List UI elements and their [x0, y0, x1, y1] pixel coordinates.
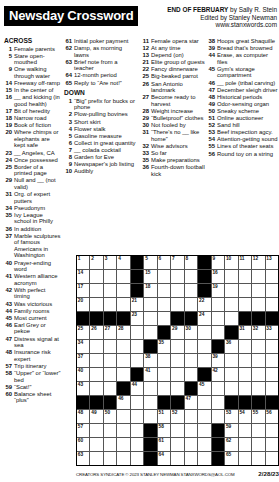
- grid-cell-r15c9[interactable]: [185, 452, 197, 465]
- grid-cell-r14c4[interactable]: [117, 438, 129, 451]
- grid-cell-r9c14[interactable]: [252, 368, 264, 381]
- clue-text: Border of a printed page: [14, 164, 61, 177]
- puzzle-website[interactable]: www.stanxwords.com: [167, 21, 277, 29]
- black-square: [252, 312, 264, 325]
- grid-cell-r5c10[interactable]: 24: [198, 312, 210, 325]
- grid-cell-r4c10[interactable]: 22: [198, 298, 210, 311]
- clue-down-45: 45Gym's storage compartment: [206, 66, 279, 79]
- clue-text: Initial poker payment: [74, 38, 137, 45]
- clue-text: Gym's storage compartment: [217, 66, 279, 79]
- grid-cell-r2c8[interactable]: [171, 270, 183, 283]
- grid-cell-r10c2[interactable]: [90, 382, 102, 395]
- grid-cell-r2c3[interactable]: [104, 270, 116, 283]
- grid-cell-r13c10[interactable]: [198, 424, 210, 437]
- black-square: [131, 284, 143, 297]
- grid-cell-r10c13[interactable]: [239, 382, 251, 395]
- grid-cell-r3c14[interactable]: [252, 284, 264, 297]
- grid-cell-r6c5[interactable]: [131, 326, 143, 339]
- grid-cell-r8c3[interactable]: [104, 354, 116, 367]
- clue-text: “Bulletproof” clothes: [151, 115, 205, 122]
- grid-cell-r4c2[interactable]: [90, 298, 102, 311]
- clue-down-51: 51Online auctioneer: [206, 115, 279, 122]
- grid-cell-r2c9[interactable]: [185, 270, 197, 283]
- clue-text: Balance sheet “plus”: [14, 391, 61, 404]
- grid-cell-r8c1[interactable]: 37: [77, 354, 89, 367]
- grid-cell-r13c13[interactable]: [239, 424, 251, 437]
- clue-text: “Scat!”: [14, 384, 61, 391]
- grid-cell-r7c7[interactable]: 35: [158, 340, 170, 353]
- clue-number: 52: [206, 122, 215, 129]
- clue-number: 59: [3, 384, 12, 391]
- footer: CREATORS SYNDICATE © 2023 STANLEY NEWMAN…: [76, 470, 279, 477]
- cell-number: 47: [186, 396, 191, 402]
- grid-cell-r15c12[interactable]: 65: [225, 452, 237, 465]
- clue-across-59: 59“Scat!”: [3, 384, 61, 391]
- clue-across-37: 37Marble sculptures of famous Americans …: [3, 233, 61, 259]
- grid-cell-r7c13[interactable]: [239, 340, 251, 353]
- grid-cell-r10c6[interactable]: [144, 382, 156, 395]
- grid-cell-r10c15[interactable]: [266, 382, 278, 395]
- grid-cell-r12c14[interactable]: 55: [252, 410, 264, 423]
- clue-text: Audibly: [74, 168, 137, 175]
- grid-cell-r1c11[interactable]: 9: [212, 256, 224, 269]
- grid-cell-r8c5[interactable]: [131, 354, 143, 367]
- grid-cell-r4c11[interactable]: [212, 298, 224, 311]
- grid-cell-r8c4[interactable]: [117, 354, 129, 367]
- clue-across-15: 15In the center of: [3, 87, 61, 94]
- grid-cell-r15c10[interactable]: [198, 452, 210, 465]
- grid-cell-r12c10[interactable]: [198, 410, 210, 423]
- clue-text: Historical periods: [217, 94, 279, 101]
- grid-cell-r14c8[interactable]: [171, 438, 183, 451]
- cell-number: 64: [159, 452, 164, 458]
- grid-cell-r9c3[interactable]: [104, 368, 116, 381]
- black-square: [212, 438, 224, 451]
- black-square: [104, 396, 116, 409]
- grid-cell-r3c3[interactable]: [104, 284, 116, 297]
- clue-across-45: 45Most current: [3, 315, 61, 322]
- grid-cell-r4c5[interactable]: 21: [131, 298, 143, 311]
- clue-text: Collect in great quantity: [74, 140, 137, 147]
- grid-cell-r14c1[interactable]: 60: [77, 438, 89, 451]
- grid-cell-r7c10[interactable]: [198, 340, 210, 353]
- grid-cell-r12c6[interactable]: [144, 410, 156, 423]
- grid-cell-r13c5[interactable]: [131, 424, 143, 437]
- clue-number: 2: [63, 111, 72, 118]
- clue-across-1: 1Female parents: [3, 46, 61, 53]
- clue-down-48: 48Historical periods: [206, 94, 279, 101]
- grid-cell-r6c11[interactable]: [212, 326, 224, 339]
- grid-cell-r1c15[interactable]: 13: [266, 256, 278, 269]
- grid-cell-r3c11[interactable]: 19: [212, 284, 224, 297]
- grid-cell-r3c4[interactable]: [117, 284, 129, 297]
- grid-cell-r1c12[interactable]: 10: [225, 256, 237, 269]
- black-square: [131, 368, 143, 381]
- clue-number: 19: [3, 122, 12, 129]
- grid-cell-r4c9[interactable]: [185, 298, 197, 311]
- clue-number: 15: [3, 87, 12, 94]
- cell-number: 54: [239, 410, 244, 416]
- grid-cell-r3c2[interactable]: [90, 284, 102, 297]
- grid-cell-r15c4[interactable]: [117, 452, 129, 465]
- grid-cell-r12c7[interactable]: 51: [158, 410, 170, 423]
- grid-cell-r12c11[interactable]: [212, 410, 224, 423]
- clue-text: Bread that's browned: [217, 45, 279, 52]
- grid-cell-r4c14[interactable]: [252, 298, 264, 311]
- grid-cell-r6c15[interactable]: 33: [266, 326, 278, 339]
- clue-down-31: 31“There's no __ like home”: [140, 129, 205, 142]
- grid-cell-r11c6[interactable]: [144, 396, 156, 409]
- grid-cell-r11c5[interactable]: [131, 396, 143, 409]
- grid-cell-r13c1[interactable]: 57: [77, 424, 89, 437]
- clue-text: Hoops great Shaquille: [217, 38, 279, 45]
- clue-number: 43: [3, 301, 12, 308]
- clue-down-13: 13Depend (on): [140, 52, 205, 59]
- grid-cell-r9c12[interactable]: [225, 368, 237, 381]
- grid-cell-r1c13[interactable]: 11: [239, 256, 251, 269]
- clue-text: Freeway off-ramp: [14, 80, 61, 87]
- grid-cell-r4c4[interactable]: [117, 298, 129, 311]
- clue-text: In the center of: [14, 87, 61, 94]
- clue-down-50: 50Sneaky scheme: [206, 108, 279, 115]
- grid-cell-r6c9[interactable]: 30: [185, 326, 197, 339]
- grid-cell-r4c12[interactable]: [225, 298, 237, 311]
- grid-cell-r6c6[interactable]: [144, 326, 156, 339]
- grid-cell-r14c10[interactable]: [198, 438, 210, 451]
- clue-text: __ pole (tribal carving): [217, 80, 279, 87]
- grid-cell-r7c14[interactable]: [252, 340, 264, 353]
- clue-text: Earl Grey or pekoe: [14, 322, 61, 335]
- black-square: [185, 312, 197, 325]
- grid-cell-r10c3[interactable]: [104, 382, 116, 395]
- grid-cell-r6c8[interactable]: 29: [171, 326, 183, 339]
- cell-number: 53: [226, 410, 231, 416]
- grid-cell-r9c7[interactable]: [158, 368, 170, 381]
- crossword-grid: 1234567891011121314151617181920212223242…: [76, 255, 279, 466]
- clue-across-29: 29Null and __ (not valid): [3, 177, 61, 190]
- grid-cell-r7c12[interactable]: 36: [225, 340, 237, 353]
- black-square: [198, 284, 210, 297]
- grid-cell-r7c3[interactable]: [104, 340, 116, 353]
- grid-cell-r12c4[interactable]: [117, 410, 129, 423]
- clue-down-54: 54Attention-getting sound: [206, 136, 279, 143]
- grid-cell-r8c11[interactable]: 39: [212, 354, 224, 367]
- grid-cell-r12c8[interactable]: 52: [171, 410, 183, 423]
- grid-cell-r7c9[interactable]: [185, 340, 197, 353]
- grid-cell-r3c6[interactable]: 18: [144, 284, 156, 297]
- clue-across-20: 20Where chimps or elephants are kept saf…: [3, 129, 61, 149]
- grid-cell-r12c1[interactable]: 48: [77, 410, 89, 423]
- grid-cell-r8c9[interactable]: [185, 354, 197, 367]
- clue-across-5: 5Stare open-mouthed: [3, 53, 61, 66]
- grid-cell-r8c6[interactable]: 38: [144, 354, 156, 367]
- grid-cell-r15c13[interactable]: [239, 452, 251, 465]
- grid-cell-r9c15[interactable]: [266, 368, 278, 381]
- clue-number: 49: [206, 101, 215, 108]
- clue-number: 38: [206, 38, 215, 45]
- grid-cell-r6c10[interactable]: [198, 326, 210, 339]
- cell-number: 5: [145, 256, 148, 262]
- clue-down-8: 8Garden for Eve: [63, 154, 137, 161]
- grid-cell-r11c10[interactable]: [198, 396, 210, 409]
- black-square: [158, 396, 170, 409]
- grid-cell-r10c12[interactable]: [225, 382, 237, 395]
- grid-cell-r11c9[interactable]: 47: [185, 396, 197, 409]
- clue-number: 6: [63, 140, 72, 147]
- grid-cell-r13c15[interactable]: [266, 424, 278, 437]
- clue-number: 39: [206, 45, 215, 52]
- grid-cell-r7c4[interactable]: [117, 340, 129, 353]
- clue-text: Not fooled by: [151, 122, 205, 129]
- black-square: [225, 396, 237, 409]
- grid-cell-r2c7[interactable]: [158, 270, 170, 283]
- grid-cell-r10c11[interactable]: [212, 382, 224, 395]
- puzzle-title-line: END OF FEBRUARY by Sally R. Stein: [167, 6, 277, 14]
- clue-down-21: 21Elite group of guests: [140, 59, 205, 66]
- cell-number: 46: [118, 396, 123, 402]
- grid-cell-r1c7[interactable]: 6: [158, 256, 170, 269]
- grid-cell-r6c13[interactable]: 31: [239, 326, 251, 339]
- clue-across-24: 24Once possessed: [3, 157, 61, 164]
- clue-number: 17: [3, 108, 12, 115]
- cell-number: 32: [253, 326, 258, 332]
- clue-down-33: 33So far: [140, 150, 205, 157]
- grid-cell-r8c13[interactable]: [239, 354, 251, 367]
- grid-cell-r4c8[interactable]: [171, 298, 183, 311]
- cell-number: 44: [132, 382, 137, 388]
- grid-cell-r10c10[interactable]: 45: [198, 382, 210, 395]
- clue-number: 37: [3, 233, 12, 259]
- grid-cell-r11c4[interactable]: 46: [117, 396, 129, 409]
- grid-cell-r5c12[interactable]: [225, 312, 237, 325]
- grid-cell-r13c9[interactable]: [185, 424, 197, 437]
- grid-cell-r15c2[interactable]: [90, 452, 102, 465]
- cell-number: 16: [212, 270, 217, 276]
- grid-cell-r10c1[interactable]: 43: [77, 382, 89, 395]
- cell-number: 19: [212, 284, 217, 290]
- clue-down-30: 30Not fooled by: [140, 122, 205, 129]
- grid-cell-r2c15[interactable]: [266, 270, 278, 283]
- grid-cell-r15c5[interactable]: [131, 452, 143, 465]
- grid-cell-r14c5[interactable]: [131, 438, 143, 451]
- grid-cell-r4c6[interactable]: [144, 298, 156, 311]
- grid-cell-r7c8[interactable]: [171, 340, 183, 353]
- grid-cell-r13c12[interactable]: 59: [225, 424, 237, 437]
- grid-cell-r9c1[interactable]: 40: [77, 368, 89, 381]
- grid-cell-r2c11[interactable]: 16: [212, 270, 224, 283]
- grid-cell-r13c14[interactable]: [252, 424, 264, 437]
- grid-cell-r2c4[interactable]: [117, 270, 129, 283]
- grid-cell-r15c8[interactable]: [171, 452, 183, 465]
- cell-number: 57: [78, 424, 83, 430]
- clue-text: Sneaky scheme: [217, 108, 279, 115]
- grid-cell-r13c8[interactable]: [171, 424, 183, 437]
- grid-cell-r6c2[interactable]: 26: [90, 326, 102, 339]
- grid-cell-r8c15[interactable]: [266, 354, 278, 367]
- grid-cell-r7c15[interactable]: [266, 340, 278, 353]
- puzzle-title: END OF FEBRUARY: [167, 6, 228, 13]
- clue-number: 31: [140, 129, 149, 142]
- grid-cell-r3c12[interactable]: [225, 284, 237, 297]
- clue-down-5: 5Gasoline measure: [63, 133, 137, 140]
- clue-number: 16: [3, 94, 12, 107]
- grid-cell-r3c15[interactable]: [266, 284, 278, 297]
- grid-cell-r8c8[interactable]: [171, 354, 183, 367]
- grid-cell-r13c4[interactable]: [117, 424, 129, 437]
- grid-cell-r1c1[interactable]: 1: [77, 256, 89, 269]
- grid-cell-r12c13[interactable]: 54: [239, 410, 251, 423]
- black-square: [131, 270, 143, 283]
- clue-text: Book of fiction: [14, 122, 61, 129]
- grid-cell-r4c1[interactable]: 20: [77, 298, 89, 311]
- grid-cell-r12c9[interactable]: [185, 410, 197, 423]
- grid-cell-r14c14[interactable]: [252, 438, 264, 451]
- grid-cell-r4c3[interactable]: [104, 298, 116, 311]
- grid-cell-r1c4[interactable]: 4: [117, 256, 129, 269]
- grid-cell-r14c15[interactable]: [266, 438, 278, 451]
- grid-cell-r4c7[interactable]: [158, 298, 170, 311]
- grid-cell-r9c9[interactable]: [185, 368, 197, 381]
- cell-number: 17: [78, 284, 83, 290]
- clue-across-23: 23__ Angeles, CA: [3, 150, 61, 157]
- grid-cell-r6c14[interactable]: 32: [252, 326, 264, 339]
- grid-cell-r14c3[interactable]: [104, 438, 116, 451]
- clue-across-58: 58“Upper” or “lower” bed: [3, 370, 61, 383]
- clue-text: Pseudonym: [14, 205, 61, 212]
- clue-across-9: 9One walking through water: [3, 66, 61, 79]
- grid-cell-r3c13[interactable]: [239, 284, 251, 297]
- grid-cell-r9c4[interactable]: [117, 368, 129, 381]
- grid-cell-r12c12[interactable]: 53: [225, 410, 237, 423]
- grid-cell-r7c5[interactable]: [131, 340, 143, 353]
- clue-across-63: 63Brief note from a teacher: [63, 59, 137, 72]
- grid-cell-r10c7[interactable]: [158, 382, 170, 395]
- grid-cell-r3c7[interactable]: [158, 284, 170, 297]
- clue-text: Become ready to harvest: [151, 94, 205, 107]
- cell-number: 1: [78, 256, 81, 262]
- grid-cell-r3c9[interactable]: [185, 284, 197, 297]
- clue-number: 10: [63, 168, 72, 175]
- grid-cell-r2c14[interactable]: [252, 270, 264, 283]
- grid-cell-r14c13[interactable]: [239, 438, 251, 451]
- clue-down-9: 9Newspaper's job listing: [63, 161, 137, 168]
- grid-cell-r13c2[interactable]: [90, 424, 102, 437]
- black-square: [90, 396, 102, 409]
- clue-number: 12: [140, 45, 149, 52]
- grid-cell-r10c5[interactable]: 44: [131, 382, 143, 395]
- grid-cell-r3c1[interactable]: 17: [77, 284, 89, 297]
- grid-cell-r1c3[interactable]: 3: [104, 256, 116, 269]
- grid-cell-r3c8[interactable]: [171, 284, 183, 297]
- cell-number: 37: [78, 354, 83, 360]
- grid-cell-r8c2[interactable]: [90, 354, 102, 367]
- grid-cell-r5c6[interactable]: [144, 312, 156, 325]
- black-square: [198, 256, 210, 269]
- grid-cell-r6c4[interactable]: 28: [117, 326, 129, 339]
- grid-cell-r9c6[interactable]: 41: [144, 368, 156, 381]
- grid-cell-r7c1[interactable]: 34: [77, 340, 89, 353]
- grid-cell-r5c11[interactable]: [212, 312, 224, 325]
- clue-number: 48: [3, 349, 12, 362]
- grid-cell-r2c2[interactable]: [90, 270, 102, 283]
- grid-cell-r12c15[interactable]: 56: [266, 410, 278, 423]
- grid-cell-r15c14[interactable]: [252, 452, 264, 465]
- clue-text: Most current: [14, 315, 61, 322]
- grid-cell-r9c13[interactable]: [239, 368, 251, 381]
- grid-cell-r5c5[interactable]: 23: [131, 312, 143, 325]
- grid-cell-r13c7[interactable]: 58: [158, 424, 170, 437]
- grid-cell-r2c12[interactable]: [225, 270, 237, 283]
- grid-cell-r12c3[interactable]: 50: [104, 410, 116, 423]
- grid-cell-r8c10[interactable]: [198, 354, 210, 367]
- clue-down-36: 36Fourth-down football kick: [140, 164, 205, 177]
- grid-cell-r15c1[interactable]: 63: [77, 452, 89, 465]
- grid-cell-r1c14[interactable]: 12: [252, 256, 264, 269]
- cell-number: 39: [212, 354, 217, 360]
- clue-number: 44: [206, 52, 215, 65]
- grid-cell-r1c2[interactable]: 2: [90, 256, 102, 269]
- clue-number: 30: [140, 122, 149, 129]
- cell-number: 26: [91, 326, 96, 332]
- grid-cell-r6c3[interactable]: 27: [104, 326, 116, 339]
- clue-number: 18: [3, 115, 12, 122]
- cell-number: 62: [226, 438, 231, 444]
- clue-text: Weight increase: [151, 108, 205, 115]
- grid-cell-r4c15[interactable]: [266, 298, 278, 311]
- grid-cell-r13c3[interactable]: [104, 424, 116, 437]
- grid-cell-r14c12[interactable]: 62: [225, 438, 237, 451]
- grid-cell-r6c1[interactable]: 25: [77, 326, 89, 339]
- grid-cell-r15c7[interactable]: 64: [158, 452, 170, 465]
- grid-cell-r9c2[interactable]: [90, 368, 102, 381]
- grid-cell-r8c12[interactable]: [225, 354, 237, 367]
- clue-text: Online auctioneer: [217, 115, 279, 122]
- grid-cell-r2c6[interactable]: 15: [144, 270, 156, 283]
- clue-number: 3: [63, 119, 72, 126]
- clue-across-41: 41Western alliance acronym: [3, 273, 61, 286]
- clue-down-1: 1“Big” prefix for bucks or phone: [63, 98, 137, 111]
- grid-cell-r15c15[interactable]: [266, 452, 278, 465]
- grid-cell-r11c11[interactable]: [212, 396, 224, 409]
- grid-cell-r1c8[interactable]: 7: [171, 256, 183, 269]
- clue-number: 60: [3, 391, 12, 404]
- grid-cell-r8c7[interactable]: [158, 354, 170, 367]
- grid-cell-r9c8[interactable]: [171, 368, 183, 381]
- grid-cell-r12c5[interactable]: [131, 410, 143, 423]
- grid-cell-r2c1[interactable]: 14: [77, 270, 89, 283]
- grid-cell-r7c2[interactable]: [90, 340, 102, 353]
- grid-cell-r14c9[interactable]: [185, 438, 197, 451]
- clue-text: “Big” prefix for bucks or phone: [74, 98, 137, 111]
- grid-cell-r10c14[interactable]: [252, 382, 264, 395]
- grid-cell-r1c9[interactable]: 8: [185, 256, 197, 269]
- grid-cell-r14c7[interactable]: 61: [158, 438, 170, 451]
- clue-number: 23: [3, 150, 12, 157]
- grid-cell-r12c2[interactable]: 49: [90, 410, 102, 423]
- grid-cell-r14c2[interactable]: [90, 438, 102, 451]
- grid-cell-r10c8[interactable]: [171, 382, 183, 395]
- grid-cell-r1c6[interactable]: 5: [144, 256, 156, 269]
- grid-cell-r9c11[interactable]: 42: [212, 368, 224, 381]
- cell-number: 41: [145, 368, 150, 374]
- clue-down-3: 3Short skirt: [63, 119, 137, 126]
- grid-cell-r4c13[interactable]: [239, 298, 251, 311]
- grid-cell-r8c14[interactable]: [252, 354, 264, 367]
- black-square: [239, 312, 251, 325]
- grid-cell-r2c13[interactable]: [239, 270, 251, 283]
- grid-cell-r15c3[interactable]: [104, 452, 116, 465]
- grid-cell-r5c7[interactable]: [158, 312, 170, 325]
